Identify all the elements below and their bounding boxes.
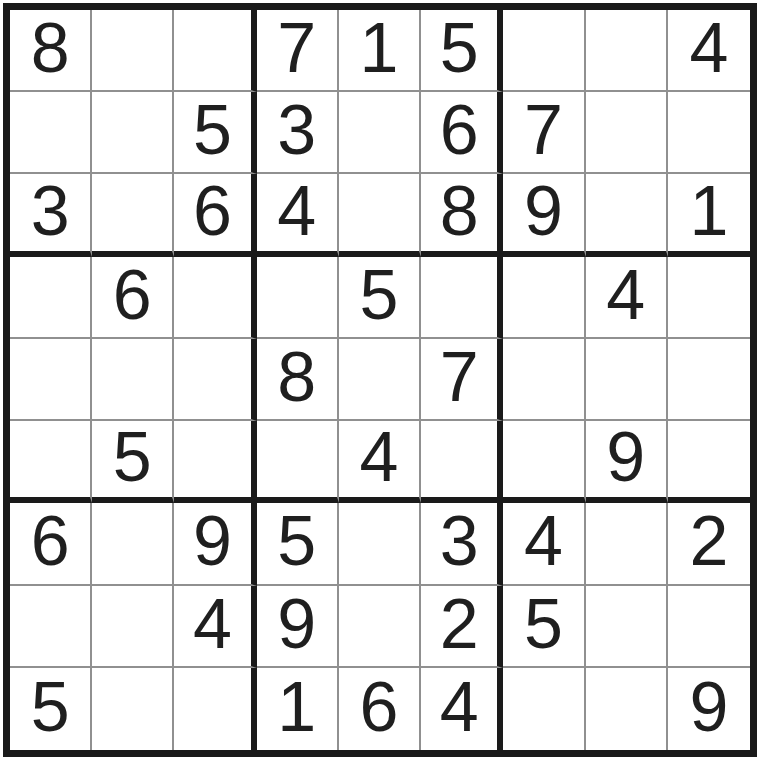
given-digit: 5 xyxy=(113,422,152,492)
given-digit: 5 xyxy=(524,589,563,659)
given-digit: 5 xyxy=(31,672,70,742)
cell-r8c2[interactable] xyxy=(92,586,174,668)
cell-r2c8[interactable] xyxy=(586,92,668,174)
cell-r6c5[interactable]: 4 xyxy=(339,421,421,503)
given-digit: 8 xyxy=(31,13,70,83)
given-digit: 7 xyxy=(440,342,479,412)
cell-r3c9[interactable]: 1 xyxy=(668,174,750,256)
given-digit: 2 xyxy=(440,589,479,659)
cell-r8c6[interactable]: 2 xyxy=(421,586,503,668)
cell-r8c3[interactable]: 4 xyxy=(174,586,256,668)
given-digit: 8 xyxy=(277,342,316,412)
cell-r6c9[interactable] xyxy=(668,421,750,503)
cell-r8c9[interactable] xyxy=(668,586,750,668)
given-digit: 6 xyxy=(360,672,399,742)
cell-r2c5[interactable] xyxy=(339,92,421,174)
cell-r4c9[interactable] xyxy=(668,257,750,339)
cell-r1c4[interactable]: 7 xyxy=(257,10,339,92)
cell-r2c9[interactable] xyxy=(668,92,750,174)
given-digit: 3 xyxy=(277,95,316,165)
cell-r7c8[interactable] xyxy=(586,503,668,585)
given-digit: 6 xyxy=(113,260,152,330)
cell-r3c7[interactable]: 9 xyxy=(503,174,585,256)
given-digit: 9 xyxy=(193,506,232,576)
cell-r7c5[interactable] xyxy=(339,503,421,585)
cell-r4c4[interactable] xyxy=(257,257,339,339)
cell-r3c6[interactable]: 8 xyxy=(421,174,503,256)
given-digit: 4 xyxy=(606,260,645,330)
given-digit: 6 xyxy=(193,176,232,246)
cell-r5c1[interactable] xyxy=(10,339,92,421)
cell-r4c7[interactable] xyxy=(503,257,585,339)
given-digit: 1 xyxy=(360,13,399,83)
sudoku-page: 87154536736489165487549695342492551649 xyxy=(0,0,760,760)
given-digit: 3 xyxy=(31,176,70,246)
cell-r4c2[interactable]: 6 xyxy=(92,257,174,339)
cell-r4c3[interactable] xyxy=(174,257,256,339)
cell-r9c1[interactable]: 5 xyxy=(10,668,92,750)
cell-r1c5[interactable]: 1 xyxy=(339,10,421,92)
cell-r7c4[interactable]: 5 xyxy=(257,503,339,585)
given-digit: 5 xyxy=(193,95,232,165)
given-digit: 9 xyxy=(277,589,316,659)
cell-r5c5[interactable] xyxy=(339,339,421,421)
cell-r4c8[interactable]: 4 xyxy=(586,257,668,339)
given-digit: 4 xyxy=(193,589,232,659)
cell-r1c6[interactable]: 5 xyxy=(421,10,503,92)
given-digit: 5 xyxy=(277,506,316,576)
cell-r1c8[interactable] xyxy=(586,10,668,92)
cell-r3c1[interactable]: 3 xyxy=(10,174,92,256)
cell-r2c2[interactable] xyxy=(92,92,174,174)
cell-r2c3[interactable]: 5 xyxy=(174,92,256,174)
given-digit: 1 xyxy=(277,672,316,742)
cell-r8c5[interactable] xyxy=(339,586,421,668)
cell-r6c3[interactable] xyxy=(174,421,256,503)
cell-r8c1[interactable] xyxy=(10,586,92,668)
cell-r3c8[interactable] xyxy=(586,174,668,256)
cell-r6c4[interactable] xyxy=(257,421,339,503)
cell-r1c2[interactable] xyxy=(92,10,174,92)
cell-r8c4[interactable]: 9 xyxy=(257,586,339,668)
cell-r4c5[interactable]: 5 xyxy=(339,257,421,339)
given-digit: 1 xyxy=(689,176,728,246)
cell-r9c3[interactable] xyxy=(174,668,256,750)
cell-r9c6[interactable]: 4 xyxy=(421,668,503,750)
cell-r5c6[interactable]: 7 xyxy=(421,339,503,421)
cell-r5c2[interactable] xyxy=(92,339,174,421)
given-digit: 4 xyxy=(524,506,563,576)
cell-r6c7[interactable] xyxy=(503,421,585,503)
cell-r7c7[interactable]: 4 xyxy=(503,503,585,585)
cell-r2c7[interactable]: 7 xyxy=(503,92,585,174)
given-digit: 3 xyxy=(440,506,479,576)
given-digit: 5 xyxy=(360,260,399,330)
cell-r7c9[interactable]: 2 xyxy=(668,503,750,585)
cell-r9c5[interactable]: 6 xyxy=(339,668,421,750)
cell-r6c6[interactable] xyxy=(421,421,503,503)
cell-r6c1[interactable] xyxy=(10,421,92,503)
given-digit: 8 xyxy=(440,176,479,246)
cell-r9c9[interactable]: 9 xyxy=(668,668,750,750)
cell-r9c7[interactable] xyxy=(503,668,585,750)
cell-r5c9[interactable] xyxy=(668,339,750,421)
cell-r1c9[interactable]: 4 xyxy=(668,10,750,92)
given-digit: 9 xyxy=(689,672,728,742)
cell-r4c6[interactable] xyxy=(421,257,503,339)
cell-r7c3[interactable]: 9 xyxy=(174,503,256,585)
cell-r1c7[interactable] xyxy=(503,10,585,92)
given-digit: 9 xyxy=(524,176,563,246)
sudoku-board: 87154536736489165487549695342492551649 xyxy=(3,3,757,757)
given-digit: 5 xyxy=(440,13,479,83)
cell-r6c2[interactable]: 5 xyxy=(92,421,174,503)
cell-r3c5[interactable] xyxy=(339,174,421,256)
cell-r8c7[interactable]: 5 xyxy=(503,586,585,668)
cell-r3c3[interactable]: 6 xyxy=(174,174,256,256)
cell-r7c2[interactable] xyxy=(92,503,174,585)
given-digit: 7 xyxy=(524,95,563,165)
cell-r3c2[interactable] xyxy=(92,174,174,256)
cell-r2c4[interactable]: 3 xyxy=(257,92,339,174)
cell-r5c4[interactable]: 8 xyxy=(257,339,339,421)
given-digit: 4 xyxy=(689,13,728,83)
cell-r8c8[interactable] xyxy=(586,586,668,668)
given-digit: 4 xyxy=(440,672,479,742)
cell-r1c1[interactable]: 8 xyxy=(10,10,92,92)
given-digit: 9 xyxy=(606,422,645,492)
cell-r9c2[interactable] xyxy=(92,668,174,750)
cell-r4c1[interactable] xyxy=(10,257,92,339)
cell-r7c6[interactable]: 3 xyxy=(421,503,503,585)
given-digit: 7 xyxy=(277,13,316,83)
given-digit: 6 xyxy=(31,506,70,576)
cell-r9c4[interactable]: 1 xyxy=(257,668,339,750)
given-digit: 4 xyxy=(277,176,316,246)
cell-r5c8[interactable] xyxy=(586,339,668,421)
cell-r5c3[interactable] xyxy=(174,339,256,421)
given-digit: 6 xyxy=(440,95,479,165)
given-digit: 4 xyxy=(360,422,399,492)
cell-r1c3[interactable] xyxy=(174,10,256,92)
cell-r5c7[interactable] xyxy=(503,339,585,421)
cell-r7c1[interactable]: 6 xyxy=(10,503,92,585)
cell-r2c6[interactable]: 6 xyxy=(421,92,503,174)
cell-r3c4[interactable]: 4 xyxy=(257,174,339,256)
given-digit: 2 xyxy=(689,506,728,576)
cell-r9c8[interactable] xyxy=(586,668,668,750)
cell-r6c8[interactable]: 9 xyxy=(586,421,668,503)
cell-r2c1[interactable] xyxy=(10,92,92,174)
